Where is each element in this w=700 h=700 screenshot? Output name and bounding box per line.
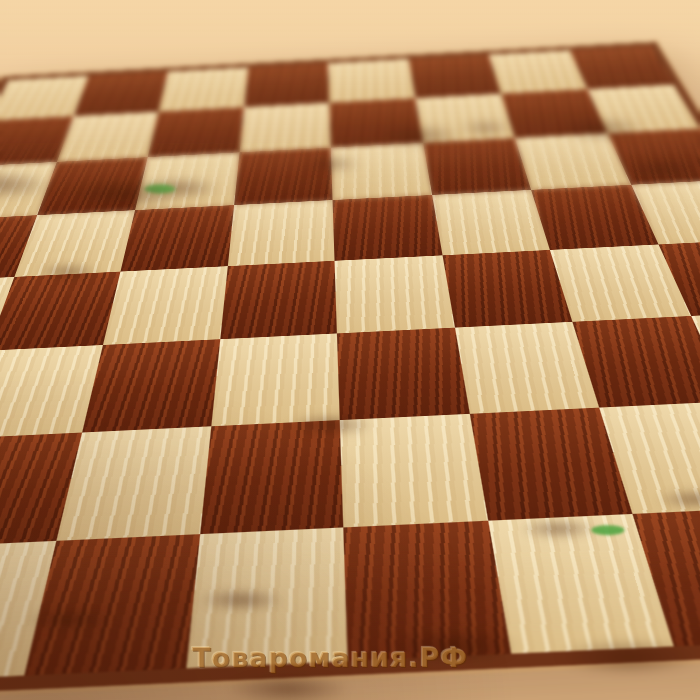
piece-black-pawn-a5[interactable]: ♟ bbox=[5, 152, 147, 310]
pawn-glyph: ♟ bbox=[273, 54, 403, 199]
bishop-glyph: ♝ bbox=[587, 25, 700, 215]
chess-photo-scene: ♝♜♟♟♟♚♟♛♝♟♟♟♟♟♝♞♝♞ Товаромания.РФ bbox=[0, 0, 700, 700]
watermark-text: Товаромания.РФ bbox=[192, 642, 468, 673]
piece-black-bishop-h7[interactable]: ♝ bbox=[587, 25, 700, 215]
piece-white-bishop-f2[interactable]: ♝ bbox=[489, 391, 700, 700]
pawn-glyph: ♟ bbox=[5, 152, 147, 310]
bishop-glyph: ♝ bbox=[489, 391, 700, 700]
piece-black-pawn-e7[interactable]: ♟ bbox=[273, 54, 403, 199]
